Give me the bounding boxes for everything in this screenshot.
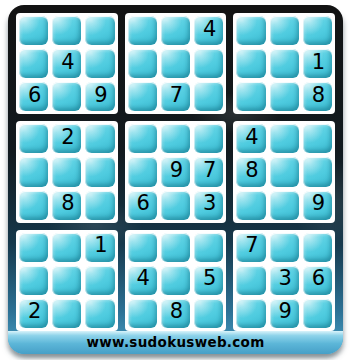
cell-r3c6[interactable] bbox=[194, 82, 223, 111]
cell-r9c5[interactable]: 8 bbox=[161, 299, 190, 328]
box-9: 7369 bbox=[233, 230, 335, 331]
box-2: 47 bbox=[125, 13, 227, 114]
cell-r9c3[interactable] bbox=[85, 299, 114, 328]
cell-r6c8[interactable] bbox=[270, 191, 299, 220]
cell-r4c2[interactable]: 2 bbox=[52, 124, 81, 153]
cell-r7c6[interactable] bbox=[194, 233, 223, 262]
box-1: 469 bbox=[16, 13, 118, 114]
cell-r4c6[interactable] bbox=[194, 124, 223, 153]
cell-r3c3[interactable]: 9 bbox=[85, 82, 114, 111]
box-5: 9763 bbox=[125, 121, 227, 222]
cell-r8c4[interactable]: 4 bbox=[128, 266, 157, 295]
cell-r1c3[interactable] bbox=[85, 16, 114, 45]
cell-r6c7[interactable] bbox=[236, 191, 265, 220]
cell-r8c3[interactable] bbox=[85, 266, 114, 295]
cell-r3c4[interactable] bbox=[128, 82, 157, 111]
cell-r4c4[interactable] bbox=[128, 124, 157, 153]
cell-r7c8[interactable] bbox=[270, 233, 299, 262]
box-8: 458 bbox=[125, 230, 227, 331]
cell-r7c1[interactable] bbox=[19, 233, 48, 262]
cell-r9c1[interactable]: 2 bbox=[19, 299, 48, 328]
cell-r9c9[interactable] bbox=[303, 299, 332, 328]
cell-r9c4[interactable] bbox=[128, 299, 157, 328]
cell-r1c8[interactable] bbox=[270, 16, 299, 45]
cell-r6c2[interactable]: 8 bbox=[52, 191, 81, 220]
cell-r7c3[interactable]: 1 bbox=[85, 233, 114, 262]
cell-r2c9[interactable]: 1 bbox=[303, 49, 332, 78]
cell-r6c6[interactable]: 3 bbox=[194, 191, 223, 220]
cell-r8c2[interactable] bbox=[52, 266, 81, 295]
box-7: 12 bbox=[16, 230, 118, 331]
cell-r3c8[interactable] bbox=[270, 82, 299, 111]
cell-r5c1[interactable] bbox=[19, 157, 48, 186]
cell-r1c2[interactable] bbox=[52, 16, 81, 45]
cell-r3c5[interactable]: 7 bbox=[161, 82, 190, 111]
cell-r1c9[interactable] bbox=[303, 16, 332, 45]
cell-r8c6[interactable]: 5 bbox=[194, 266, 223, 295]
cell-r5c6[interactable]: 7 bbox=[194, 157, 223, 186]
cell-r5c2[interactable] bbox=[52, 157, 81, 186]
cell-r8c1[interactable] bbox=[19, 266, 48, 295]
box-3: 18 bbox=[233, 13, 335, 114]
cell-r1c1[interactable] bbox=[19, 16, 48, 45]
cell-r5c3[interactable] bbox=[85, 157, 114, 186]
cell-r2c4[interactable] bbox=[128, 49, 157, 78]
cell-r9c8[interactable]: 9 bbox=[270, 299, 299, 328]
cell-r7c7[interactable]: 7 bbox=[236, 233, 265, 262]
cell-r4c9[interactable] bbox=[303, 124, 332, 153]
cell-r1c4[interactable] bbox=[128, 16, 157, 45]
cell-r6c4[interactable]: 6 bbox=[128, 191, 157, 220]
cell-r7c2[interactable] bbox=[52, 233, 81, 262]
cell-r4c3[interactable] bbox=[85, 124, 114, 153]
cell-r7c9[interactable] bbox=[303, 233, 332, 262]
cell-r9c7[interactable] bbox=[236, 299, 265, 328]
cell-r1c5[interactable] bbox=[161, 16, 190, 45]
cell-r4c1[interactable] bbox=[19, 124, 48, 153]
cell-r2c3[interactable] bbox=[85, 49, 114, 78]
cell-r4c7[interactable]: 4 bbox=[236, 124, 265, 153]
cell-r2c8[interactable] bbox=[270, 49, 299, 78]
cell-r8c9[interactable]: 6 bbox=[303, 266, 332, 295]
cell-r8c8[interactable]: 3 bbox=[270, 266, 299, 295]
cell-r2c2[interactable]: 4 bbox=[52, 49, 81, 78]
cell-r6c1[interactable] bbox=[19, 191, 48, 220]
cell-r2c5[interactable] bbox=[161, 49, 190, 78]
box-6: 489 bbox=[233, 121, 335, 222]
cell-r1c6[interactable]: 4 bbox=[194, 16, 223, 45]
cell-r8c5[interactable] bbox=[161, 266, 190, 295]
cell-r5c4[interactable] bbox=[128, 157, 157, 186]
cell-r2c7[interactable] bbox=[236, 49, 265, 78]
cell-r4c8[interactable] bbox=[270, 124, 299, 153]
cell-r3c2[interactable] bbox=[52, 82, 81, 111]
cell-r2c6[interactable] bbox=[194, 49, 223, 78]
cell-r5c9[interactable] bbox=[303, 157, 332, 186]
cell-r7c4[interactable] bbox=[128, 233, 157, 262]
cell-r6c5[interactable] bbox=[161, 191, 190, 220]
cell-r9c6[interactable] bbox=[194, 299, 223, 328]
cell-r3c7[interactable] bbox=[236, 82, 265, 111]
cell-r8c7[interactable] bbox=[236, 266, 265, 295]
cell-r5c5[interactable]: 9 bbox=[161, 157, 190, 186]
cell-r5c7[interactable]: 8 bbox=[236, 157, 265, 186]
sudoku-board: 4694718289763489124587369 bbox=[16, 13, 335, 331]
site-url-text: www.sudokusweb.com bbox=[86, 334, 264, 350]
cell-r3c9[interactable]: 8 bbox=[303, 82, 332, 111]
cell-r6c3[interactable] bbox=[85, 191, 114, 220]
footer-bar: www.sudokusweb.com bbox=[8, 331, 343, 354]
cell-r2c1[interactable] bbox=[19, 49, 48, 78]
cell-r6c9[interactable]: 9 bbox=[303, 191, 332, 220]
cell-r9c2[interactable] bbox=[52, 299, 81, 328]
cell-r4c5[interactable] bbox=[161, 124, 190, 153]
cell-r3c1[interactable]: 6 bbox=[19, 82, 48, 111]
cell-r1c7[interactable] bbox=[236, 16, 265, 45]
cell-r5c8[interactable] bbox=[270, 157, 299, 186]
box-4: 28 bbox=[16, 121, 118, 222]
page: 4694718289763489124587369 www.sudokusweb… bbox=[0, 0, 350, 360]
board-frame: 4694718289763489124587369 www.sudokusweb… bbox=[8, 5, 343, 354]
cell-r7c5[interactable] bbox=[161, 233, 190, 262]
